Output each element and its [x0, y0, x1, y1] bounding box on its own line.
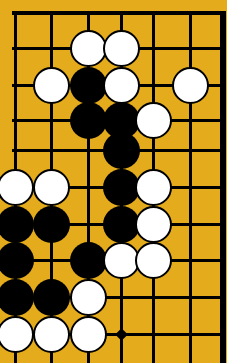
white-stone[interactable]: [172, 67, 209, 104]
go-diagram: [0, 0, 227, 363]
board-top-edge-line: [12, 11, 226, 15]
white-stone[interactable]: [135, 206, 172, 243]
white-stone[interactable]: [0, 316, 34, 353]
black-stone[interactable]: [0, 242, 34, 279]
board-right-edge-line: [220, 11, 226, 363]
black-stone[interactable]: [0, 279, 34, 316]
white-stone[interactable]: [103, 67, 140, 104]
black-stone[interactable]: [70, 102, 107, 139]
white-stone[interactable]: [135, 102, 172, 139]
white-stone[interactable]: [70, 316, 107, 353]
white-stone[interactable]: [103, 30, 140, 67]
white-stone[interactable]: [0, 169, 34, 206]
white-stone[interactable]: [70, 30, 107, 67]
white-stone[interactable]: [33, 67, 70, 104]
white-stone[interactable]: [33, 316, 70, 353]
star-point: [115, 328, 128, 341]
black-stone[interactable]: [0, 206, 34, 243]
black-stone[interactable]: [70, 67, 107, 104]
black-stone[interactable]: [103, 132, 140, 169]
white-stone[interactable]: [70, 279, 107, 316]
black-stone[interactable]: [70, 242, 107, 279]
white-stone[interactable]: [135, 242, 172, 279]
grid-line-vertical: [189, 11, 192, 363]
white-stone[interactable]: [33, 169, 70, 206]
black-stone[interactable]: [33, 206, 70, 243]
black-stone[interactable]: [33, 279, 70, 316]
white-stone[interactable]: [135, 169, 172, 206]
go-board[interactable]: [0, 0, 227, 363]
